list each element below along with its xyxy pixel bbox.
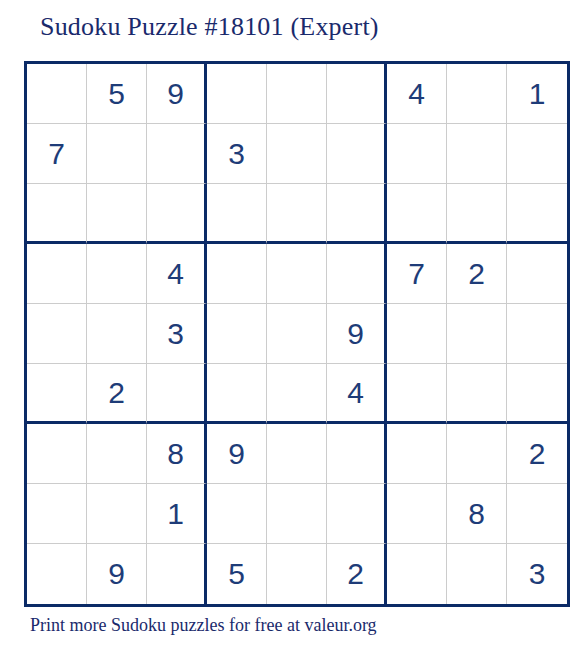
sudoku-cell-r6c2[interactable]: 2 [87, 364, 147, 424]
sudoku-cell-r2c2[interactable] [87, 124, 147, 184]
sudoku-cell-r8c1[interactable] [27, 484, 87, 544]
sudoku-cell-r9c5[interactable] [267, 544, 327, 604]
sudoku-cell-r4c1[interactable] [27, 244, 87, 304]
sudoku-cell-r6c4[interactable] [207, 364, 267, 424]
sudoku-cell-r2c6[interactable] [327, 124, 387, 184]
sudoku-cell-r3c5[interactable] [267, 184, 327, 244]
sudoku-cell-r9c1[interactable] [27, 544, 87, 604]
sudoku-cell-r2c3[interactable] [147, 124, 207, 184]
sudoku-cell-r5c6[interactable]: 9 [327, 304, 387, 364]
sudoku-cell-r5c1[interactable] [27, 304, 87, 364]
sudoku-cell-r3c7[interactable] [387, 184, 447, 244]
sudoku-cell-r7c8[interactable] [447, 424, 507, 484]
sudoku-cell-r1c8[interactable] [447, 64, 507, 124]
sudoku-cell-r1c7[interactable]: 4 [387, 64, 447, 124]
sudoku-cell-r5c2[interactable] [87, 304, 147, 364]
sudoku-cell-r6c8[interactable] [447, 364, 507, 424]
sudoku-cell-r8c2[interactable] [87, 484, 147, 544]
sudoku-cell-r4c6[interactable] [327, 244, 387, 304]
sudoku-cell-r4c8[interactable]: 2 [447, 244, 507, 304]
sudoku-cell-r9c6[interactable]: 2 [327, 544, 387, 604]
sudoku-cell-r7c4[interactable]: 9 [207, 424, 267, 484]
sudoku-cell-r4c7[interactable]: 7 [387, 244, 447, 304]
sudoku-cell-r7c6[interactable] [327, 424, 387, 484]
sudoku-cell-r8c6[interactable] [327, 484, 387, 544]
sudoku-cell-r9c7[interactable] [387, 544, 447, 604]
sudoku-board: 5941734723924892189523 [24, 61, 570, 607]
sudoku-cell-r4c4[interactable] [207, 244, 267, 304]
sudoku-cell-r5c4[interactable] [207, 304, 267, 364]
sudoku-cell-r9c2[interactable]: 9 [87, 544, 147, 604]
sudoku-cell-r9c8[interactable] [447, 544, 507, 604]
sudoku-cell-r6c6[interactable]: 4 [327, 364, 387, 424]
sudoku-cell-r2c4[interactable]: 3 [207, 124, 267, 184]
sudoku-cell-r2c9[interactable] [507, 124, 567, 184]
sudoku-cell-r6c7[interactable] [387, 364, 447, 424]
sudoku-cell-r8c4[interactable] [207, 484, 267, 544]
sudoku-cell-r1c4[interactable] [207, 64, 267, 124]
sudoku-cell-r8c5[interactable] [267, 484, 327, 544]
sudoku-cell-r3c6[interactable] [327, 184, 387, 244]
sudoku-cell-r2c7[interactable] [387, 124, 447, 184]
sudoku-cell-r7c5[interactable] [267, 424, 327, 484]
sudoku-cell-r6c3[interactable] [147, 364, 207, 424]
sudoku-cell-r7c3[interactable]: 8 [147, 424, 207, 484]
sudoku-cell-r4c2[interactable] [87, 244, 147, 304]
sudoku-cell-r2c5[interactable] [267, 124, 327, 184]
sudoku-cell-r6c1[interactable] [27, 364, 87, 424]
sudoku-cell-r3c3[interactable] [147, 184, 207, 244]
sudoku-cell-r3c4[interactable] [207, 184, 267, 244]
sudoku-cell-r1c6[interactable] [327, 64, 387, 124]
sudoku-page: { "game": "sudoku", "title": "Sudoku Puz… [0, 0, 580, 651]
sudoku-cell-r1c2[interactable]: 5 [87, 64, 147, 124]
sudoku-cell-r5c3[interactable]: 3 [147, 304, 207, 364]
sudoku-cell-r5c9[interactable] [507, 304, 567, 364]
sudoku-cell-r3c9[interactable] [507, 184, 567, 244]
puzzle-title: Sudoku Puzzle #18101 (Expert) [40, 12, 379, 42]
sudoku-cell-r1c5[interactable] [267, 64, 327, 124]
sudoku-cell-r7c1[interactable] [27, 424, 87, 484]
sudoku-cell-r6c9[interactable] [507, 364, 567, 424]
sudoku-cell-r9c3[interactable] [147, 544, 207, 604]
sudoku-cell-r5c8[interactable] [447, 304, 507, 364]
sudoku-cell-r6c5[interactable] [267, 364, 327, 424]
sudoku-cell-r7c2[interactable] [87, 424, 147, 484]
sudoku-cell-r5c5[interactable] [267, 304, 327, 364]
sudoku-cell-r8c7[interactable] [387, 484, 447, 544]
sudoku-cell-r8c9[interactable] [507, 484, 567, 544]
sudoku-cell-r9c4[interactable]: 5 [207, 544, 267, 604]
sudoku-cell-r1c9[interactable]: 1 [507, 64, 567, 124]
sudoku-cell-r5c7[interactable] [387, 304, 447, 364]
sudoku-cell-r4c5[interactable] [267, 244, 327, 304]
sudoku-cell-r7c9[interactable]: 2 [507, 424, 567, 484]
sudoku-cell-r3c8[interactable] [447, 184, 507, 244]
sudoku-cell-r1c3[interactable]: 9 [147, 64, 207, 124]
sudoku-cell-r7c7[interactable] [387, 424, 447, 484]
sudoku-cell-r3c1[interactable] [27, 184, 87, 244]
sudoku-cell-r2c1[interactable]: 7 [27, 124, 87, 184]
sudoku-cell-r3c2[interactable] [87, 184, 147, 244]
sudoku-cell-r4c9[interactable] [507, 244, 567, 304]
sudoku-cell-r1c1[interactable] [27, 64, 87, 124]
sudoku-cell-r9c9[interactable]: 3 [507, 544, 567, 604]
sudoku-cell-r4c3[interactable]: 4 [147, 244, 207, 304]
footer-text: Print more Sudoku puzzles for free at va… [30, 615, 377, 636]
sudoku-cell-r8c3[interactable]: 1 [147, 484, 207, 544]
sudoku-cell-r8c8[interactable]: 8 [447, 484, 507, 544]
sudoku-cell-r2c8[interactable] [447, 124, 507, 184]
